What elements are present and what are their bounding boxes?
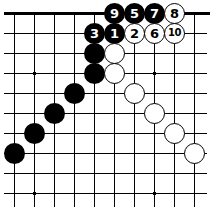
white-stone: 6: [144, 23, 165, 44]
grid-line-v: [74, 13, 75, 207]
white-stone: 2: [124, 23, 145, 44]
white-stone: [184, 143, 205, 164]
move-number: 7: [150, 6, 159, 19]
black-stone: [24, 123, 45, 144]
black-stone: 1: [104, 23, 125, 44]
move-number: 3: [90, 26, 99, 39]
black-stone: [84, 63, 105, 84]
white-stone: 8: [164, 3, 185, 24]
star-point: [33, 192, 36, 195]
move-number: 2: [130, 26, 139, 39]
move-number: 10: [168, 28, 181, 38]
star-point: [153, 192, 156, 195]
star-point: [33, 72, 36, 75]
grid-line-v: [14, 13, 15, 207]
go-diagram: 9578312610: [0, 0, 210, 210]
black-stone: 7: [144, 3, 165, 24]
white-stone: [164, 123, 185, 144]
white-stone: [144, 103, 165, 124]
black-stone: 9: [104, 3, 125, 24]
black-stone: 5: [124, 3, 145, 24]
move-number: 6: [150, 26, 159, 39]
white-stone: [104, 63, 125, 84]
black-stone: [84, 43, 105, 64]
white-stone: 10: [164, 23, 185, 44]
move-number: 5: [130, 6, 139, 19]
grid-line-v: [34, 13, 35, 207]
move-number: 8: [170, 6, 179, 19]
black-stone: [44, 103, 65, 124]
move-number: 1: [110, 26, 119, 39]
move-number: 9: [110, 6, 119, 19]
black-stone: 3: [84, 23, 105, 44]
grid-line-v: [194, 13, 195, 207]
black-stone: [64, 83, 85, 104]
star-point: [153, 72, 156, 75]
white-stone: [104, 43, 125, 64]
white-stone: [124, 83, 145, 104]
black-stone: [4, 143, 25, 164]
go-board: 9578312610: [0, 0, 210, 210]
